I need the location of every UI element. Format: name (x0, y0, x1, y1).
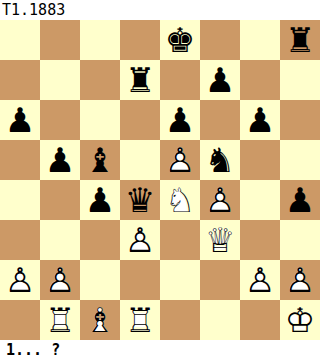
piece-bR-d7[interactable]: ♜ (120, 60, 160, 100)
square-c8[interactable] (80, 20, 120, 60)
square-a3[interactable] (0, 220, 40, 260)
square-h3[interactable] (280, 220, 320, 260)
square-g6[interactable]: ♟ (240, 100, 280, 140)
square-e6[interactable]: ♟ (160, 100, 200, 140)
piece-bP-b5[interactable]: ♟ (40, 140, 80, 180)
square-c5[interactable]: ♝ (80, 140, 120, 180)
square-c4[interactable]: ♟ (80, 180, 120, 220)
square-b1[interactable]: ♜♖ (40, 300, 80, 340)
square-g1[interactable] (240, 300, 280, 340)
square-h2[interactable]: ♟♙ (280, 260, 320, 300)
puzzle-id: T1.1883 (0, 0, 320, 20)
square-h8[interactable]: ♜ (280, 20, 320, 60)
square-b2[interactable]: ♟♙ (40, 260, 80, 300)
square-a6[interactable]: ♟ (0, 100, 40, 140)
square-h5[interactable] (280, 140, 320, 180)
square-f2[interactable] (200, 260, 240, 300)
square-h1[interactable]: ♚♔ (280, 300, 320, 340)
piece-bP-g6[interactable]: ♟ (240, 100, 280, 140)
square-f3[interactable]: ♛♕ (200, 220, 240, 260)
square-e2[interactable] (160, 260, 200, 300)
square-d7[interactable]: ♜ (120, 60, 160, 100)
square-d5[interactable] (120, 140, 160, 180)
piece-wP-d3[interactable]: ♙ (120, 220, 160, 260)
square-b7[interactable] (40, 60, 80, 100)
square-c1[interactable]: ♝♗ (80, 300, 120, 340)
piece-wR-d1[interactable]: ♖ (120, 300, 160, 340)
piece-bN-f5[interactable]: ♞ (200, 140, 240, 180)
piece-wP-h2[interactable]: ♙ (280, 260, 320, 300)
piece-bQ-d4[interactable]: ♛ (120, 180, 160, 220)
square-e7[interactable] (160, 60, 200, 100)
square-e1[interactable] (160, 300, 200, 340)
piece-wP-g2[interactable]: ♙ (240, 260, 280, 300)
piece-wN-e4[interactable]: ♘ (160, 180, 200, 220)
square-c3[interactable] (80, 220, 120, 260)
square-h6[interactable] (280, 100, 320, 140)
piece-wP-a2[interactable]: ♙ (0, 260, 40, 300)
move-prompt: 1... ? (0, 340, 320, 360)
square-b8[interactable] (40, 20, 80, 60)
square-b5[interactable]: ♟ (40, 140, 80, 180)
square-f1[interactable] (200, 300, 240, 340)
square-g4[interactable] (240, 180, 280, 220)
square-f5[interactable]: ♞ (200, 140, 240, 180)
piece-wR-b1[interactable]: ♖ (40, 300, 80, 340)
piece-bB-c5[interactable]: ♝ (80, 140, 120, 180)
square-g5[interactable] (240, 140, 280, 180)
piece-bP-a6[interactable]: ♟ (0, 100, 40, 140)
square-g2[interactable]: ♟♙ (240, 260, 280, 300)
square-b6[interactable] (40, 100, 80, 140)
square-e4[interactable]: ♞♘ (160, 180, 200, 220)
square-c7[interactable] (80, 60, 120, 100)
piece-bP-e6[interactable]: ♟ (160, 100, 200, 140)
piece-wP-b2[interactable]: ♙ (40, 260, 80, 300)
square-d3[interactable]: ♟♙ (120, 220, 160, 260)
square-a1[interactable] (0, 300, 40, 340)
square-d6[interactable] (120, 100, 160, 140)
piece-bR-h8[interactable]: ♜ (280, 20, 320, 60)
piece-bP-h4[interactable]: ♟ (280, 180, 320, 220)
square-h4[interactable]: ♟ (280, 180, 320, 220)
square-b3[interactable] (40, 220, 80, 260)
square-c2[interactable] (80, 260, 120, 300)
piece-wB-c1[interactable]: ♗ (80, 300, 120, 340)
square-f6[interactable] (200, 100, 240, 140)
square-a4[interactable] (0, 180, 40, 220)
square-g7[interactable] (240, 60, 280, 100)
square-c6[interactable] (80, 100, 120, 140)
piece-bK-e8[interactable]: ♚ (160, 20, 200, 60)
square-f7[interactable]: ♟ (200, 60, 240, 100)
square-d4[interactable]: ♛ (120, 180, 160, 220)
square-a7[interactable] (0, 60, 40, 100)
square-g8[interactable] (240, 20, 280, 60)
square-d2[interactable] (120, 260, 160, 300)
square-f4[interactable]: ♟♙ (200, 180, 240, 220)
square-e8[interactable]: ♚ (160, 20, 200, 60)
square-b4[interactable] (40, 180, 80, 220)
piece-wP-f4[interactable]: ♙ (200, 180, 240, 220)
piece-wQ-f3[interactable]: ♕ (200, 220, 240, 260)
square-a5[interactable] (0, 140, 40, 180)
piece-wP-e5[interactable]: ♙ (160, 140, 200, 180)
square-f8[interactable] (200, 20, 240, 60)
piece-wK-h1[interactable]: ♔ (280, 300, 320, 340)
square-g3[interactable] (240, 220, 280, 260)
square-d8[interactable] (120, 20, 160, 60)
square-e5[interactable]: ♟♙ (160, 140, 200, 180)
square-e3[interactable] (160, 220, 200, 260)
square-a8[interactable] (0, 20, 40, 60)
square-d1[interactable]: ♜♖ (120, 300, 160, 340)
piece-bP-f7[interactable]: ♟ (200, 60, 240, 100)
chess-board: ♚♜♜♟♟♟♟♟♝♟♙♞♟♛♞♘♟♙♟♟♙♛♕♟♙♟♙♟♙♟♙♜♖♝♗♜♖♚♔ (0, 20, 320, 340)
square-a2[interactable]: ♟♙ (0, 260, 40, 300)
square-h7[interactable] (280, 60, 320, 100)
piece-bP-c4[interactable]: ♟ (80, 180, 120, 220)
